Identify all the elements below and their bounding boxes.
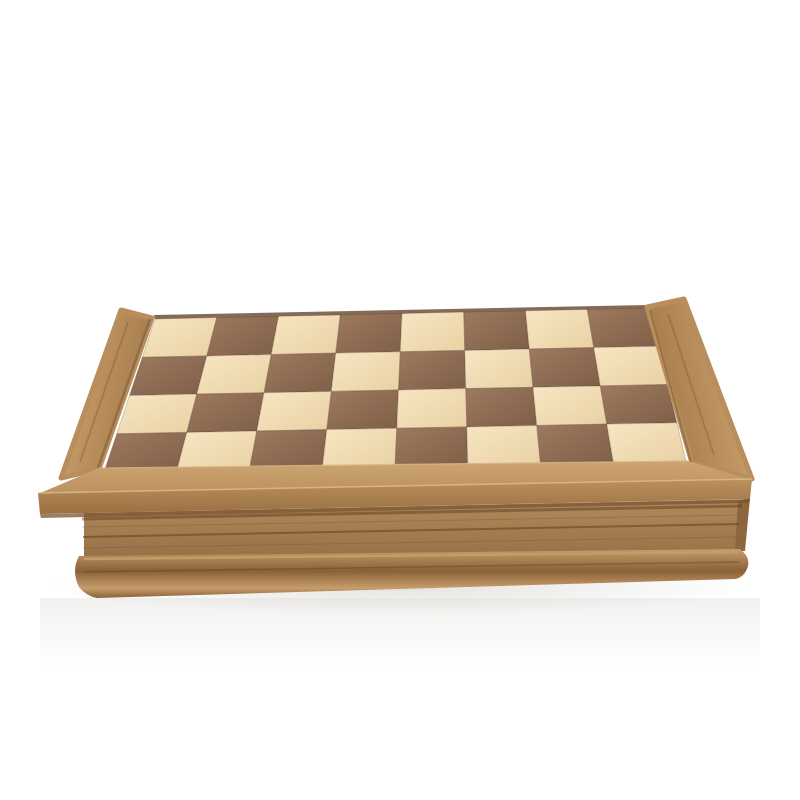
square-b4 xyxy=(207,316,279,356)
square-f2 xyxy=(466,387,537,427)
square-b3 xyxy=(197,355,271,395)
square-b1 xyxy=(177,431,257,471)
square-g4 xyxy=(526,309,594,349)
square-b2 xyxy=(187,393,264,433)
square-e3 xyxy=(399,350,466,390)
square-e1 xyxy=(395,427,468,467)
square-g1 xyxy=(537,424,614,464)
square-g2 xyxy=(533,386,607,426)
chessboard-top xyxy=(104,305,686,472)
square-c1 xyxy=(250,430,327,470)
square-a3 xyxy=(130,356,207,396)
square-e2 xyxy=(397,389,467,429)
square-f1 xyxy=(467,426,541,466)
square-h3 xyxy=(594,346,668,386)
square-f4 xyxy=(464,311,530,351)
square-d1 xyxy=(322,428,397,468)
chessboard-squares xyxy=(104,308,686,472)
square-e4 xyxy=(400,312,465,352)
square-a1 xyxy=(104,432,187,472)
square-f3 xyxy=(465,349,533,389)
square-d2 xyxy=(327,390,399,430)
square-d3 xyxy=(331,352,400,392)
product-photo-scene xyxy=(0,0,800,800)
square-c2 xyxy=(257,391,332,431)
square-a2 xyxy=(117,394,197,434)
square-g3 xyxy=(529,348,600,388)
square-h1 xyxy=(607,423,686,463)
square-d4 xyxy=(336,314,402,354)
square-a4 xyxy=(142,318,217,358)
floor-streaks xyxy=(40,598,760,668)
square-c4 xyxy=(271,315,340,355)
square-h2 xyxy=(600,385,677,425)
square-c3 xyxy=(264,353,336,393)
chess-box-illustration xyxy=(0,0,800,800)
